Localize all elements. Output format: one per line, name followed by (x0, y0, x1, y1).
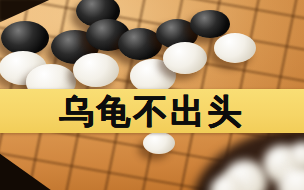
white-stone (143, 132, 175, 154)
white-stone (214, 33, 256, 63)
caption-banner: 乌龟不出头 (0, 89, 304, 133)
black-stone (1, 21, 49, 55)
caption-text: 乌龟不出头 (60, 89, 245, 133)
black-stone (190, 10, 230, 38)
white-stone (163, 42, 207, 74)
thumbnail: 乌龟不出头 (0, 0, 304, 190)
white-stone (73, 53, 119, 87)
